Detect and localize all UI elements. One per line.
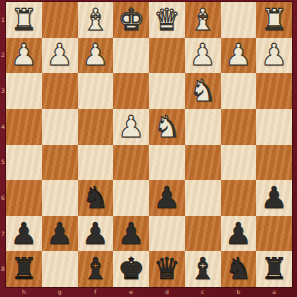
piece-white-pawn-c2[interactable]: ♟ <box>185 38 221 74</box>
square-e3[interactable] <box>113 73 149 109</box>
square-f8[interactable]: ♝ <box>78 251 114 287</box>
piece-black-pawn-a6[interactable]: ♟ <box>256 180 292 216</box>
piece-white-pawn-e4[interactable]: ♟ <box>113 109 149 145</box>
rank-labels: 12345678 <box>0 2 6 287</box>
piece-black-bishop-f8[interactable]: ♝ <box>78 251 114 287</box>
file-label-b: b <box>221 287 257 297</box>
piece-black-rook-a8[interactable]: ♜ <box>256 251 292 287</box>
square-c3[interactable]: ♞ <box>185 73 221 109</box>
piece-black-pawn-f7[interactable]: ♟ <box>78 216 114 252</box>
square-a4[interactable] <box>256 109 292 145</box>
piece-white-pawn-a2[interactable]: ♟ <box>256 38 292 74</box>
square-h4[interactable] <box>6 109 42 145</box>
file-label-f: f <box>78 287 114 297</box>
square-h7[interactable]: ♟ <box>6 216 42 252</box>
square-e7[interactable]: ♟ <box>113 216 149 252</box>
square-g7[interactable]: ♟ <box>42 216 78 252</box>
piece-white-pawn-g2[interactable]: ♟ <box>42 38 78 74</box>
square-f4[interactable] <box>78 109 114 145</box>
piece-white-rook-a1[interactable]: ♜ <box>256 2 292 38</box>
piece-black-pawn-h7[interactable]: ♟ <box>6 216 42 252</box>
piece-black-knight-f6[interactable]: ♞ <box>78 180 114 216</box>
piece-black-knight-b8[interactable]: ♞ <box>221 251 257 287</box>
file-label-h: h <box>6 287 42 297</box>
rank-label-2: 2 <box>0 38 6 74</box>
square-e1[interactable]: ♚ <box>113 2 149 38</box>
square-f2[interactable]: ♟ <box>78 38 114 74</box>
square-e4[interactable]: ♟ <box>113 109 149 145</box>
square-d6[interactable]: ♟ <box>149 180 185 216</box>
square-c5[interactable] <box>185 145 221 181</box>
file-labels: hgfedcba <box>6 287 292 297</box>
piece-black-pawn-g7[interactable]: ♟ <box>42 216 78 252</box>
square-e6[interactable] <box>113 180 149 216</box>
square-a3[interactable] <box>256 73 292 109</box>
piece-white-knight-d4[interactable]: ♞ <box>149 109 185 145</box>
square-d8[interactable]: ♛ <box>149 251 185 287</box>
rank-label-5: 5 <box>0 145 6 181</box>
piece-white-bishop-f1[interactable]: ♝ <box>78 2 114 38</box>
square-c2[interactable]: ♟ <box>185 38 221 74</box>
square-c1[interactable]: ♝ <box>185 2 221 38</box>
piece-black-pawn-d6[interactable]: ♟ <box>149 180 185 216</box>
square-a2[interactable]: ♟ <box>256 38 292 74</box>
piece-white-bishop-c1[interactable]: ♝ <box>185 2 221 38</box>
square-c8[interactable]: ♝ <box>185 251 221 287</box>
piece-white-pawn-h2[interactable]: ♟ <box>6 38 42 74</box>
square-e8[interactable]: ♚ <box>113 251 149 287</box>
piece-white-king-e1[interactable]: ♚ <box>113 2 149 38</box>
piece-black-pawn-e7[interactable]: ♟ <box>113 216 149 252</box>
file-label-c: c <box>185 287 221 297</box>
square-b7[interactable]: ♟ <box>221 216 257 252</box>
piece-white-pawn-b2[interactable]: ♟ <box>221 38 257 74</box>
file-label-e: e <box>113 287 149 297</box>
chess-board-frame: ♜♝♚♛♝♜♟♟♟♟♟♟♞♟♞♞♟♟♟♟♟♟♟♜♝♚♛♝♞♜ 12345678 … <box>0 0 297 297</box>
square-a1[interactable]: ♜ <box>256 2 292 38</box>
square-g2[interactable]: ♟ <box>42 38 78 74</box>
file-label-a: a <box>256 287 292 297</box>
square-b2[interactable]: ♟ <box>221 38 257 74</box>
square-c7[interactable] <box>185 216 221 252</box>
square-h1[interactable]: ♜ <box>6 2 42 38</box>
piece-white-rook-h1[interactable]: ♜ <box>6 2 42 38</box>
rank-label-6: 6 <box>0 180 6 216</box>
square-h6[interactable] <box>6 180 42 216</box>
square-d1[interactable]: ♛ <box>149 2 185 38</box>
rank-label-4: 4 <box>0 109 6 145</box>
piece-white-knight-c3[interactable]: ♞ <box>185 73 221 109</box>
square-f3[interactable] <box>78 73 114 109</box>
square-b5[interactable] <box>221 145 257 181</box>
square-g6[interactable] <box>42 180 78 216</box>
square-d4[interactable]: ♞ <box>149 109 185 145</box>
rank-label-1: 1 <box>0 2 6 38</box>
piece-black-rook-h8[interactable]: ♜ <box>6 251 42 287</box>
square-g3[interactable] <box>42 73 78 109</box>
square-a8[interactable]: ♜ <box>256 251 292 287</box>
square-a5[interactable] <box>256 145 292 181</box>
square-d7[interactable] <box>149 216 185 252</box>
square-g1[interactable] <box>42 2 78 38</box>
file-label-d: d <box>149 287 185 297</box>
square-f1[interactable]: ♝ <box>78 2 114 38</box>
square-b3[interactable] <box>221 73 257 109</box>
piece-white-pawn-f2[interactable]: ♟ <box>78 38 114 74</box>
square-g8[interactable] <box>42 251 78 287</box>
square-g5[interactable] <box>42 145 78 181</box>
square-d2[interactable] <box>149 38 185 74</box>
piece-black-king-e8[interactable]: ♚ <box>113 251 149 287</box>
square-a6[interactable]: ♟ <box>256 180 292 216</box>
rank-label-8: 8 <box>0 251 6 287</box>
square-e5[interactable] <box>113 145 149 181</box>
file-label-g: g <box>42 287 78 297</box>
square-b8[interactable]: ♞ <box>221 251 257 287</box>
square-c4[interactable] <box>185 109 221 145</box>
piece-black-bishop-c8[interactable]: ♝ <box>185 251 221 287</box>
square-b6[interactable] <box>221 180 257 216</box>
square-c6[interactable] <box>185 180 221 216</box>
square-b1[interactable] <box>221 2 257 38</box>
rank-label-7: 7 <box>0 216 6 252</box>
square-f7[interactable]: ♟ <box>78 216 114 252</box>
square-g4[interactable] <box>42 109 78 145</box>
square-d5[interactable] <box>149 145 185 181</box>
piece-white-queen-d1[interactable]: ♛ <box>149 2 185 38</box>
square-h8[interactable]: ♜ <box>6 251 42 287</box>
square-d3[interactable] <box>149 73 185 109</box>
square-a7[interactable] <box>256 216 292 252</box>
square-h3[interactable] <box>6 73 42 109</box>
piece-black-pawn-b7[interactable]: ♟ <box>221 216 257 252</box>
square-f5[interactable] <box>78 145 114 181</box>
square-h5[interactable] <box>6 145 42 181</box>
chess-board: ♜♝♚♛♝♜♟♟♟♟♟♟♞♟♞♞♟♟♟♟♟♟♟♜♝♚♛♝♞♜ <box>6 2 292 287</box>
square-e2[interactable] <box>113 38 149 74</box>
square-f6[interactable]: ♞ <box>78 180 114 216</box>
piece-black-queen-d8[interactable]: ♛ <box>149 251 185 287</box>
square-h2[interactable]: ♟ <box>6 38 42 74</box>
rank-label-3: 3 <box>0 73 6 109</box>
square-b4[interactable] <box>221 109 257 145</box>
